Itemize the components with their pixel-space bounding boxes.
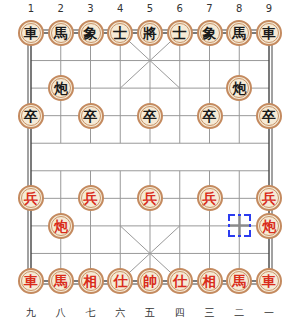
piece-glyph: 兵 <box>84 191 98 205</box>
piece-red-soldier[interactable]: 兵 <box>78 185 104 211</box>
piece-glyph: 炮 <box>54 219 68 233</box>
piece-black-advisor[interactable]: 士 <box>107 20 133 46</box>
piece-black-cannon[interactable]: 炮 <box>48 75 74 101</box>
piece-red-elephant[interactable]: 相 <box>197 268 223 294</box>
piece-glyph: 相 <box>84 274 98 288</box>
file-label-bottom: 六 <box>115 306 125 320</box>
selection-cursor-cell <box>224 212 254 240</box>
board-intersections[interactable]: 車馬象士將士象馬車炮炮卒卒卒卒卒兵兵兵兵兵炮炮車馬相仕帥仕相馬車 <box>16 19 284 294</box>
file-label-bottom: 九 <box>26 306 36 320</box>
piece-black-soldier[interactable]: 卒 <box>18 103 44 129</box>
piece-glyph: 兵 <box>262 191 276 205</box>
piece-glyph: 卒 <box>203 109 217 123</box>
piece-glyph: 炮 <box>262 219 276 233</box>
piece-black-horse[interactable]: 馬 <box>226 20 252 46</box>
piece-glyph: 馬 <box>232 26 246 40</box>
piece-glyph: 馬 <box>232 274 246 288</box>
piece-black-cannon[interactable]: 炮 <box>226 75 252 101</box>
piece-red-chariot[interactable]: 車 <box>18 268 44 294</box>
piece-red-soldier[interactable]: 兵 <box>256 185 282 211</box>
piece-glyph: 兵 <box>203 191 217 205</box>
piece-black-soldier[interactable]: 卒 <box>256 103 282 129</box>
piece-glyph: 車 <box>262 26 276 40</box>
file-label-bottom: 四 <box>175 306 185 320</box>
xiangqi-app: 123456789 車馬象士將士象馬車炮炮卒卒卒卒卒兵兵兵兵兵炮炮車馬相仕帥仕相… <box>0 0 300 327</box>
piece-black-chariot[interactable]: 車 <box>18 20 44 46</box>
piece-glyph: 車 <box>262 274 276 288</box>
piece-glyph: 士 <box>173 26 187 40</box>
piece-glyph: 兵 <box>143 191 157 205</box>
piece-glyph: 卒 <box>24 109 38 123</box>
piece-glyph: 仕 <box>113 274 127 288</box>
piece-red-elephant[interactable]: 相 <box>78 268 104 294</box>
piece-glyph: 車 <box>24 274 38 288</box>
piece-red-chariot[interactable]: 車 <box>256 268 282 294</box>
piece-glyph: 象 <box>84 26 98 40</box>
file-label-bottom: 三 <box>205 306 215 320</box>
piece-glyph: 相 <box>203 274 217 288</box>
piece-glyph: 帥 <box>143 274 157 288</box>
file-label-bottom: 一 <box>264 306 274 320</box>
piece-glyph: 炮 <box>54 81 68 95</box>
piece-glyph: 兵 <box>24 191 38 205</box>
piece-red-horse[interactable]: 馬 <box>48 268 74 294</box>
piece-red-soldier[interactable]: 兵 <box>197 185 223 211</box>
file-label-bottom: 五 <box>145 306 155 320</box>
piece-red-soldier[interactable]: 兵 <box>137 185 163 211</box>
piece-red-cannon[interactable]: 炮 <box>256 213 282 239</box>
piece-glyph: 象 <box>203 26 217 40</box>
piece-red-advisor[interactable]: 仕 <box>167 268 193 294</box>
piece-glyph: 車 <box>24 26 38 40</box>
piece-black-soldier[interactable]: 卒 <box>137 103 163 129</box>
piece-red-advisor[interactable]: 仕 <box>107 268 133 294</box>
piece-red-cannon[interactable]: 炮 <box>48 213 74 239</box>
piece-black-chariot[interactable]: 車 <box>256 20 282 46</box>
piece-black-general[interactable]: 將 <box>137 20 163 46</box>
piece-black-elephant[interactable]: 象 <box>197 20 223 46</box>
piece-black-soldier[interactable]: 卒 <box>197 103 223 129</box>
piece-glyph: 士 <box>113 26 127 40</box>
piece-glyph: 將 <box>143 26 157 40</box>
selection-cursor <box>226 212 253 239</box>
piece-glyph: 卒 <box>143 109 157 123</box>
piece-black-soldier[interactable]: 卒 <box>78 103 104 129</box>
piece-glyph: 馬 <box>54 274 68 288</box>
piece-black-horse[interactable]: 馬 <box>48 20 74 46</box>
piece-glyph: 仕 <box>173 274 187 288</box>
piece-glyph: 馬 <box>54 26 68 40</box>
piece-red-horse[interactable]: 馬 <box>226 268 252 294</box>
piece-red-general[interactable]: 帥 <box>137 268 163 294</box>
piece-black-elephant[interactable]: 象 <box>78 20 104 46</box>
file-label-bottom: 二 <box>234 306 244 320</box>
piece-black-advisor[interactable]: 士 <box>167 20 193 46</box>
piece-red-soldier[interactable]: 兵 <box>18 185 44 211</box>
file-label-bottom: 八 <box>56 306 66 320</box>
piece-glyph: 卒 <box>262 109 276 123</box>
file-label-bottom: 七 <box>86 306 96 320</box>
piece-glyph: 卒 <box>84 109 98 123</box>
piece-glyph: 炮 <box>232 81 246 95</box>
